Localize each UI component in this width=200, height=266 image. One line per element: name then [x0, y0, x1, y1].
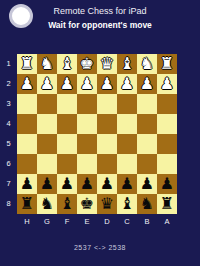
square-c2[interactable]: ♟	[117, 74, 137, 94]
piece-black-rook: ♜	[160, 194, 174, 214]
file-label-f: F	[57, 217, 77, 229]
file-label-b: B	[137, 217, 157, 229]
piece-black-knight: ♞	[140, 194, 154, 214]
rank-label-4: 4	[0, 114, 17, 134]
file-label-h: H	[17, 217, 37, 229]
rank-label-1: 1	[0, 54, 17, 74]
piece-black-knight: ♞	[40, 194, 54, 214]
square-f1[interactable]: ♝	[57, 54, 77, 74]
square-h5[interactable]	[17, 134, 37, 154]
square-f6[interactable]	[57, 154, 77, 174]
square-h1[interactable]: ♜	[17, 54, 37, 74]
square-b3[interactable]	[137, 94, 157, 114]
square-a2[interactable]: ♟	[157, 74, 177, 94]
square-a5[interactable]	[157, 134, 177, 154]
piece-white-bishop: ♝	[60, 54, 74, 74]
rank-label-7: 7	[0, 174, 17, 194]
square-f2[interactable]: ♟	[57, 74, 77, 94]
piece-black-bishop: ♝	[60, 194, 74, 214]
file-label-a: A	[157, 217, 177, 229]
square-h2[interactable]: ♟	[17, 74, 37, 94]
square-a6[interactable]	[157, 154, 177, 174]
square-c7[interactable]: ♟	[117, 174, 137, 194]
connection-ids-text: 2537 <-> 2538	[0, 244, 200, 251]
square-d7[interactable]: ♟	[97, 174, 117, 194]
piece-white-knight: ♞	[140, 54, 154, 74]
square-e1[interactable]: ♚	[77, 54, 97, 74]
square-a3[interactable]	[157, 94, 177, 114]
piece-white-pawn: ♟	[120, 74, 134, 94]
piece-white-pawn: ♟	[40, 74, 54, 94]
square-f5[interactable]	[57, 134, 77, 154]
square-b5[interactable]	[137, 134, 157, 154]
square-b7[interactable]: ♟	[137, 174, 157, 194]
piece-white-pawn: ♟	[80, 74, 94, 94]
piece-white-pawn: ♟	[160, 74, 174, 94]
app-title: Remote Chess for iPad	[0, 6, 200, 16]
piece-black-pawn: ♟	[140, 174, 154, 194]
piece-black-pawn: ♟	[120, 174, 134, 194]
square-a8[interactable]: ♜	[157, 194, 177, 214]
piece-black-pawn: ♟	[20, 174, 34, 194]
piece-black-king: ♚	[80, 194, 94, 214]
square-d5[interactable]	[97, 134, 117, 154]
square-e5[interactable]	[77, 134, 97, 154]
square-h8[interactable]: ♜	[17, 194, 37, 214]
square-h4[interactable]	[17, 114, 37, 134]
piece-white-pawn: ♟	[100, 74, 114, 94]
piece-white-rook: ♜	[20, 54, 34, 74]
piece-black-rook: ♜	[20, 194, 34, 214]
square-c6[interactable]	[117, 154, 137, 174]
square-a7[interactable]: ♟	[157, 174, 177, 194]
rank-label-5: 5	[0, 134, 17, 154]
square-h7[interactable]: ♟	[17, 174, 37, 194]
square-e6[interactable]	[77, 154, 97, 174]
square-e4[interactable]	[77, 114, 97, 134]
square-h3[interactable]	[17, 94, 37, 114]
square-a4[interactable]	[157, 114, 177, 134]
square-e8[interactable]: ♚	[77, 194, 97, 214]
piece-white-pawn: ♟	[60, 74, 74, 94]
square-f3[interactable]	[57, 94, 77, 114]
square-f8[interactable]: ♝	[57, 194, 77, 214]
piece-white-king: ♚	[80, 54, 94, 74]
square-c1[interactable]: ♝	[117, 54, 137, 74]
square-h6[interactable]	[17, 154, 37, 174]
file-label-g: G	[37, 217, 57, 229]
square-c8[interactable]: ♝	[117, 194, 137, 214]
piece-black-pawn: ♟	[160, 174, 174, 194]
square-g3[interactable]	[37, 94, 57, 114]
rank-label-2: 2	[0, 74, 17, 94]
square-b1[interactable]: ♞	[137, 54, 157, 74]
square-g5[interactable]	[37, 134, 57, 154]
square-b4[interactable]	[137, 114, 157, 134]
square-f7[interactable]: ♟	[57, 174, 77, 194]
piece-black-pawn: ♟	[80, 174, 94, 194]
rank-labels: 12345678	[0, 54, 17, 214]
piece-white-bishop: ♝	[120, 54, 134, 74]
square-d4[interactable]	[97, 114, 117, 134]
square-g1[interactable]: ♞	[37, 54, 57, 74]
piece-black-pawn: ♟	[40, 174, 54, 194]
square-f4[interactable]	[57, 114, 77, 134]
piece-white-queen: ♛	[100, 54, 114, 74]
square-d8[interactable]: ♛	[97, 194, 117, 214]
piece-black-queen: ♛	[100, 194, 114, 214]
square-g6[interactable]	[37, 154, 57, 174]
piece-white-knight: ♞	[40, 54, 54, 74]
file-label-e: E	[77, 217, 97, 229]
piece-white-pawn: ♟	[140, 74, 154, 94]
rank-label-3: 3	[0, 94, 17, 114]
square-g8[interactable]: ♞	[37, 194, 57, 214]
square-e3[interactable]	[77, 94, 97, 114]
piece-black-bishop: ♝	[120, 194, 134, 214]
square-e2[interactable]: ♟	[77, 74, 97, 94]
remote-chess-app: Remote Chess for iPad Wait for opponent'…	[0, 0, 200, 266]
square-c3[interactable]	[117, 94, 137, 114]
file-labels: HGFEDCBA	[17, 217, 177, 229]
square-d6[interactable]	[97, 154, 117, 174]
file-label-d: D	[97, 217, 117, 229]
square-b6[interactable]	[137, 154, 157, 174]
rank-label-6: 6	[0, 154, 17, 174]
rank-label-8: 8	[0, 194, 17, 214]
file-label-c: C	[117, 217, 137, 229]
turn-status-text: Wait for opponent's move	[0, 20, 200, 30]
square-e7[interactable]: ♟	[77, 174, 97, 194]
square-c5[interactable]	[117, 134, 137, 154]
square-d3[interactable]	[97, 94, 117, 114]
square-g2[interactable]: ♟	[37, 74, 57, 94]
square-g4[interactable]	[37, 114, 57, 134]
piece-black-pawn: ♟	[100, 174, 114, 194]
piece-white-rook: ♜	[160, 54, 174, 74]
square-b2[interactable]: ♟	[137, 74, 157, 94]
square-d2[interactable]: ♟	[97, 74, 117, 94]
square-b8[interactable]: ♞	[137, 194, 157, 214]
square-g7[interactable]: ♟	[37, 174, 57, 194]
square-a1[interactable]: ♜	[157, 54, 177, 74]
square-c4[interactable]	[117, 114, 137, 134]
chess-board: ♜♞♝♚♛♝♞♜♟♟♟♟♟♟♟♟♟♟♟♟♟♟♟♟♜♞♝♚♛♝♞♜	[17, 54, 177, 214]
piece-white-pawn: ♟	[20, 74, 34, 94]
square-d1[interactable]: ♛	[97, 54, 117, 74]
piece-black-pawn: ♟	[60, 174, 74, 194]
